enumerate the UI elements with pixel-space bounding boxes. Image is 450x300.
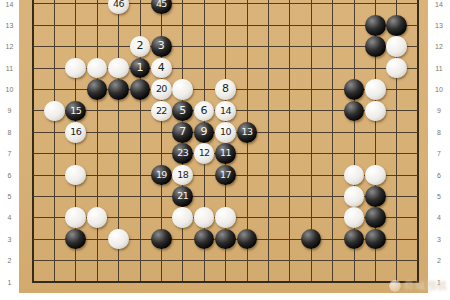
black-stone-move-7: 7 bbox=[172, 122, 193, 143]
board-point-D10 bbox=[86, 79, 107, 100]
move-number: 22 bbox=[156, 101, 167, 122]
board-point-L8: 13 bbox=[236, 122, 257, 143]
board-point-Q10 bbox=[343, 79, 364, 100]
row-label-right-7: 7 bbox=[428, 149, 450, 158]
board-point-Q3 bbox=[343, 228, 364, 249]
board-point-L3 bbox=[236, 228, 257, 249]
white-stone bbox=[344, 186, 365, 207]
board-point-G10: 20 bbox=[151, 79, 172, 100]
white-stone-move-14: 14 bbox=[215, 101, 236, 122]
go-diagram-screenshot: 4645231420815225614167910132312111918172… bbox=[0, 0, 450, 300]
move-number: 1 bbox=[136, 58, 143, 79]
black-stone-move-3: 3 bbox=[151, 36, 172, 57]
board-point-R10 bbox=[365, 79, 386, 100]
bottom-margin bbox=[0, 293, 450, 300]
black-stone-move-15: 15 bbox=[65, 101, 86, 122]
black-stone bbox=[344, 79, 365, 100]
row-labels-right: 1413121110987654321 bbox=[428, 0, 450, 300]
black-stone bbox=[237, 229, 258, 250]
row-label-right-11: 11 bbox=[428, 64, 450, 73]
white-stone-move-12: 12 bbox=[194, 143, 215, 164]
row-label-left-5: 5 bbox=[0, 192, 19, 201]
board-point-Q9 bbox=[343, 100, 364, 121]
black-stone bbox=[65, 229, 86, 250]
move-number: 2 bbox=[136, 36, 143, 57]
white-stone-move-8: 8 bbox=[215, 79, 236, 100]
board-point-J3 bbox=[193, 228, 214, 249]
watermark-logo-icon bbox=[389, 280, 401, 292]
board-point-Q4 bbox=[343, 207, 364, 228]
move-number: 11 bbox=[220, 143, 231, 164]
row-label-left-4: 4 bbox=[0, 213, 19, 222]
board-point-E10 bbox=[108, 79, 129, 100]
board-point-C3 bbox=[65, 228, 86, 249]
row-label-right-12: 12 bbox=[428, 42, 450, 51]
row-label-right-10: 10 bbox=[428, 85, 450, 94]
white-stone-move-16: 16 bbox=[65, 122, 86, 143]
board-point-Q6 bbox=[343, 164, 364, 185]
board-point-D4 bbox=[86, 207, 107, 228]
row-label-left-6: 6 bbox=[0, 171, 19, 180]
row-label-right-13: 13 bbox=[428, 21, 450, 30]
row-label-left-1: 1 bbox=[0, 278, 19, 287]
white-stone bbox=[344, 165, 365, 186]
board-point-K8: 10 bbox=[215, 122, 236, 143]
row-label-left-9: 9 bbox=[0, 106, 19, 115]
move-number: 46 bbox=[113, 0, 124, 14]
watermark-text: 弈城围棋 bbox=[404, 279, 448, 293]
move-number: 7 bbox=[179, 122, 186, 143]
white-stone bbox=[65, 207, 86, 228]
white-stone-move-6: 6 bbox=[194, 101, 215, 122]
board-point-R13 bbox=[365, 15, 386, 36]
board-point-R6 bbox=[365, 164, 386, 185]
board-point-E3 bbox=[108, 228, 129, 249]
black-stone-move-13: 13 bbox=[237, 122, 258, 143]
black-stone-move-11: 11 bbox=[215, 143, 236, 164]
white-stone bbox=[215, 207, 236, 228]
row-label-left-2: 2 bbox=[0, 256, 19, 265]
black-stone-move-23: 23 bbox=[172, 143, 193, 164]
board-point-E11 bbox=[108, 57, 129, 78]
move-number: 6 bbox=[201, 101, 208, 122]
black-stone bbox=[108, 79, 129, 100]
row-label-left-3: 3 bbox=[0, 235, 19, 244]
board-point-J7: 12 bbox=[193, 143, 214, 164]
board-point-C11 bbox=[65, 57, 86, 78]
row-label-right-9: 9 bbox=[428, 106, 450, 115]
row-label-right-14: 14 bbox=[428, 0, 450, 9]
move-number: 5 bbox=[179, 101, 186, 122]
white-stone bbox=[65, 58, 86, 79]
row-labels-left: 1413121110987654321 bbox=[0, 0, 19, 300]
row-label-right-8: 8 bbox=[428, 128, 450, 137]
black-stone-move-9: 9 bbox=[194, 122, 215, 143]
board-point-K3 bbox=[215, 228, 236, 249]
board-point-C4 bbox=[65, 207, 86, 228]
row-label-left-13: 13 bbox=[0, 21, 19, 30]
board-point-R9 bbox=[365, 100, 386, 121]
move-number: 15 bbox=[70, 101, 81, 122]
stones-layer: 4645231420815225614167910132312111918172… bbox=[22, 0, 429, 293]
board-point-K4 bbox=[215, 207, 236, 228]
board-point-B9 bbox=[44, 100, 65, 121]
black-stone bbox=[301, 229, 322, 250]
board-point-H10 bbox=[172, 79, 193, 100]
row-label-right-6: 6 bbox=[428, 171, 450, 180]
row-label-left-12: 12 bbox=[0, 42, 19, 51]
board-point-R4 bbox=[365, 207, 386, 228]
black-stone bbox=[194, 229, 215, 250]
board-point-S12 bbox=[386, 36, 407, 57]
board-point-C9: 15 bbox=[65, 100, 86, 121]
black-stone-move-17: 17 bbox=[215, 165, 236, 186]
move-number: 8 bbox=[222, 79, 229, 100]
white-stone-move-18: 18 bbox=[172, 165, 193, 186]
move-number: 19 bbox=[156, 165, 167, 186]
board-point-G6: 19 bbox=[151, 164, 172, 185]
white-stone-move-22: 22 bbox=[151, 101, 172, 122]
move-number: 12 bbox=[199, 143, 210, 164]
board-point-R12 bbox=[365, 36, 386, 57]
move-number: 17 bbox=[220, 165, 231, 186]
move-number: 9 bbox=[201, 122, 208, 143]
black-stone bbox=[365, 186, 386, 207]
board-point-H7: 23 bbox=[172, 143, 193, 164]
row-label-left-8: 8 bbox=[0, 128, 19, 137]
black-stone bbox=[151, 229, 172, 250]
black-stone bbox=[365, 229, 386, 250]
black-stone-move-5: 5 bbox=[172, 101, 193, 122]
black-stone bbox=[130, 79, 151, 100]
row-label-right-4: 4 bbox=[428, 213, 450, 222]
board-point-K10: 8 bbox=[215, 79, 236, 100]
black-stone bbox=[365, 36, 386, 57]
white-stone-move-20: 20 bbox=[151, 79, 172, 100]
white-stone bbox=[44, 101, 65, 122]
board-point-J4 bbox=[193, 207, 214, 228]
row-label-left-11: 11 bbox=[0, 64, 19, 73]
board-point-Q5 bbox=[343, 186, 364, 207]
row-label-left-14: 14 bbox=[0, 0, 19, 9]
board-point-G3 bbox=[151, 228, 172, 249]
board-point-S13 bbox=[386, 15, 407, 36]
board-point-H6: 18 bbox=[172, 164, 193, 185]
move-number: 13 bbox=[241, 122, 252, 143]
watermark: 弈城围棋 bbox=[389, 279, 448, 293]
board-point-E14: 46 bbox=[108, 0, 129, 15]
board-point-K7: 11 bbox=[215, 143, 236, 164]
move-number: 4 bbox=[158, 58, 165, 79]
board-point-H9: 5 bbox=[172, 100, 193, 121]
row-label-right-5: 5 bbox=[428, 192, 450, 201]
board-point-O3 bbox=[300, 228, 321, 249]
black-stone bbox=[87, 79, 108, 100]
white-stone bbox=[194, 207, 215, 228]
white-stone bbox=[87, 207, 108, 228]
move-number: 14 bbox=[220, 101, 231, 122]
white-stone-move-46: 46 bbox=[108, 0, 129, 14]
board-point-C6 bbox=[65, 164, 86, 185]
board-point-C8: 16 bbox=[65, 122, 86, 143]
board-point-R5 bbox=[365, 186, 386, 207]
white-stone bbox=[65, 165, 86, 186]
white-stone bbox=[365, 101, 386, 122]
black-stone-move-19: 19 bbox=[151, 165, 172, 186]
move-number: 10 bbox=[220, 122, 231, 143]
move-number: 16 bbox=[70, 122, 81, 143]
move-number: 18 bbox=[177, 165, 188, 186]
white-stone bbox=[386, 36, 407, 57]
white-stone bbox=[172, 207, 193, 228]
black-stone-move-21: 21 bbox=[172, 186, 193, 207]
row-label-left-10: 10 bbox=[0, 85, 19, 94]
board-point-G11: 4 bbox=[151, 57, 172, 78]
row-label-right-3: 3 bbox=[428, 235, 450, 244]
black-stone bbox=[344, 101, 365, 122]
board-point-H4 bbox=[172, 207, 193, 228]
white-stone bbox=[172, 79, 193, 100]
board-point-G14: 45 bbox=[151, 0, 172, 15]
move-number: 21 bbox=[177, 186, 188, 207]
board-point-F11: 1 bbox=[129, 57, 150, 78]
white-stone bbox=[108, 58, 129, 79]
board-point-H5: 21 bbox=[172, 186, 193, 207]
move-number: 23 bbox=[177, 143, 188, 164]
black-stone-move-1: 1 bbox=[130, 58, 151, 79]
board-point-K9: 14 bbox=[215, 100, 236, 121]
board-point-J8: 9 bbox=[193, 122, 214, 143]
board-point-G12: 3 bbox=[151, 36, 172, 57]
move-number: 45 bbox=[156, 0, 167, 14]
move-number: 3 bbox=[158, 36, 165, 57]
board-point-R3 bbox=[365, 228, 386, 249]
board-point-F12: 2 bbox=[129, 36, 150, 57]
board-point-J9: 6 bbox=[193, 100, 214, 121]
white-stone bbox=[365, 79, 386, 100]
board-point-G9: 22 bbox=[151, 100, 172, 121]
black-stone-move-45: 45 bbox=[151, 0, 172, 14]
board-point-K6: 17 bbox=[215, 164, 236, 185]
white-stone bbox=[365, 165, 386, 186]
white-stone-move-2: 2 bbox=[130, 36, 151, 57]
black-stone bbox=[386, 15, 407, 36]
white-stone-move-10: 10 bbox=[215, 122, 236, 143]
black-stone bbox=[215, 229, 236, 250]
black-stone bbox=[365, 207, 386, 228]
board-point-H8: 7 bbox=[172, 122, 193, 143]
white-stone bbox=[108, 229, 129, 250]
row-label-left-7: 7 bbox=[0, 149, 19, 158]
white-stone bbox=[87, 58, 108, 79]
white-stone bbox=[386, 58, 407, 79]
board-point-D11 bbox=[86, 57, 107, 78]
black-stone bbox=[344, 229, 365, 250]
black-stone bbox=[365, 15, 386, 36]
move-number: 20 bbox=[156, 79, 167, 100]
white-stone bbox=[344, 207, 365, 228]
board-point-S11 bbox=[386, 57, 407, 78]
white-stone-move-4: 4 bbox=[151, 58, 172, 79]
row-label-right-2: 2 bbox=[428, 256, 450, 265]
board-point-F10 bbox=[129, 79, 150, 100]
